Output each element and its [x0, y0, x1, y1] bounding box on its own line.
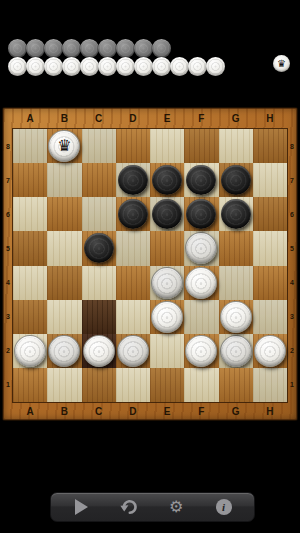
- white-man-g3[interactable]: [220, 301, 252, 333]
- file-label: H: [253, 108, 287, 129]
- square-h4[interactable]: [253, 266, 287, 300]
- black-tray-piece: [8, 39, 27, 58]
- black-man-d7[interactable]: [118, 165, 148, 195]
- undo-icon: [119, 498, 139, 516]
- square-c1[interactable]: [82, 368, 116, 402]
- black-man-e6[interactable]: [152, 199, 182, 229]
- board-squares: ♛: [13, 129, 287, 402]
- white-king-indicator: ♛: [273, 55, 290, 72]
- white-tray-piece: [98, 57, 117, 76]
- white-tray-piece: [116, 57, 135, 76]
- square-f7[interactable]: [184, 163, 218, 197]
- black-tray-piece: [62, 39, 81, 58]
- square-b8[interactable]: ♛: [47, 129, 81, 163]
- square-g5[interactable]: [219, 231, 253, 265]
- square-g4[interactable]: [219, 266, 253, 300]
- square-c4[interactable]: [82, 266, 116, 300]
- rank-label: 6: [287, 197, 297, 231]
- file-label: C: [82, 402, 116, 420]
- white-tray-piece: [62, 57, 81, 76]
- rank-label: 3: [287, 300, 297, 334]
- rank-labels-left: 87654321: [3, 129, 13, 402]
- black-tray-piece: [152, 39, 171, 58]
- square-a7[interactable]: [13, 163, 47, 197]
- rank-label: 6: [3, 197, 13, 231]
- square-a8[interactable]: [13, 129, 47, 163]
- square-d6[interactable]: [116, 197, 150, 231]
- square-e5[interactable]: [150, 231, 184, 265]
- black-man-c5[interactable]: [84, 233, 114, 263]
- black-tray-piece: [44, 39, 63, 58]
- file-label: A: [13, 402, 47, 420]
- square-h1[interactable]: [253, 368, 287, 402]
- square-a1[interactable]: [13, 368, 47, 402]
- black-man-e7[interactable]: [152, 165, 182, 195]
- black-tray-piece: [80, 39, 99, 58]
- white-tray-piece: [188, 57, 207, 76]
- file-label: D: [116, 402, 150, 420]
- square-g6[interactable]: [219, 197, 253, 231]
- white-tray-piece: [152, 57, 171, 76]
- black-man-f6[interactable]: [186, 199, 216, 229]
- info-button[interactable]: i: [207, 494, 241, 520]
- square-h5[interactable]: [253, 231, 287, 265]
- square-a5[interactable]: [13, 231, 47, 265]
- rank-label: 1: [287, 368, 297, 402]
- square-c6[interactable]: [82, 197, 116, 231]
- square-b6[interactable]: [47, 197, 81, 231]
- file-label: B: [47, 108, 81, 129]
- rank-label: 7: [3, 163, 13, 197]
- file-label: H: [253, 402, 287, 420]
- square-g8[interactable]: [219, 129, 253, 163]
- white-man-f2[interactable]: [185, 335, 217, 367]
- rank-label: 4: [3, 266, 13, 300]
- square-a3[interactable]: [13, 300, 47, 334]
- black-pieces-tray: [8, 39, 170, 58]
- settings-button[interactable]: ⚙: [159, 494, 193, 520]
- rank-label: 7: [287, 163, 297, 197]
- square-h6[interactable]: [253, 197, 287, 231]
- square-b1[interactable]: [47, 368, 81, 402]
- rank-label: 5: [3, 231, 13, 265]
- white-tray-piece: [80, 57, 99, 76]
- square-f3[interactable]: [184, 300, 218, 334]
- rank-label: 3: [3, 300, 13, 334]
- black-man-g7[interactable]: [221, 165, 251, 195]
- square-e7[interactable]: [150, 163, 184, 197]
- square-e8[interactable]: [150, 129, 184, 163]
- square-c7[interactable]: [82, 163, 116, 197]
- white-tray-piece: [8, 57, 27, 76]
- square-h3[interactable]: [253, 300, 287, 334]
- square-g7[interactable]: [219, 163, 253, 197]
- square-a2[interactable]: [13, 334, 47, 368]
- square-f2[interactable]: [184, 334, 218, 368]
- square-e6[interactable]: [150, 197, 184, 231]
- gear-icon: ⚙: [169, 499, 183, 515]
- square-e4[interactable]: [150, 266, 184, 300]
- square-f4[interactable]: [184, 266, 218, 300]
- file-label: G: [219, 108, 253, 129]
- square-d5[interactable]: [116, 231, 150, 265]
- square-d4[interactable]: [116, 266, 150, 300]
- black-man-d6[interactable]: [118, 199, 148, 229]
- bottom-toolbar: ⚙ i: [50, 492, 255, 522]
- black-man-f7[interactable]: [186, 165, 216, 195]
- black-tray-piece: [134, 39, 153, 58]
- file-label: D: [116, 108, 150, 129]
- square-g2[interactable]: [219, 334, 253, 368]
- white-tray-piece: [206, 57, 225, 76]
- rank-labels-right: 87654321: [287, 129, 297, 402]
- rank-label: 2: [3, 334, 13, 368]
- white-man-d2[interactable]: [117, 335, 149, 367]
- file-label: F: [184, 402, 218, 420]
- square-f6[interactable]: [184, 197, 218, 231]
- square-d2[interactable]: [116, 334, 150, 368]
- white-man-a2[interactable]: [14, 335, 46, 367]
- black-tray-piece: [26, 39, 45, 58]
- square-f5[interactable]: [184, 231, 218, 265]
- square-h8[interactable]: [253, 129, 287, 163]
- play-button[interactable]: [64, 494, 98, 520]
- square-c8[interactable]: [82, 129, 116, 163]
- file-label: G: [219, 402, 253, 420]
- file-label: B: [47, 402, 81, 420]
- play-icon: [75, 499, 88, 515]
- white-man-e3[interactable]: [151, 301, 183, 333]
- file-label: E: [150, 108, 184, 129]
- rank-label: 8: [287, 129, 297, 163]
- white-man-e4[interactable]: [151, 267, 183, 299]
- file-labels-bottom: ABCDEFGH: [13, 402, 287, 420]
- square-h2[interactable]: [253, 334, 287, 368]
- white-tray-piece: [170, 57, 189, 76]
- file-labels-top: ABCDEFGH: [13, 108, 287, 129]
- black-tray-piece: [98, 39, 117, 58]
- crown-icon: ♛: [57, 138, 71, 154]
- square-b7[interactable]: [47, 163, 81, 197]
- square-a4[interactable]: [13, 266, 47, 300]
- square-d1[interactable]: [116, 368, 150, 402]
- rank-label: 1: [3, 368, 13, 402]
- white-tray-piece: [44, 57, 63, 76]
- white-man-b2[interactable]: [48, 335, 80, 367]
- file-label: A: [13, 108, 47, 129]
- square-b2[interactable]: [47, 334, 81, 368]
- square-c3[interactable]: [82, 300, 116, 334]
- square-b3[interactable]: [47, 300, 81, 334]
- white-man-g2[interactable]: [220, 335, 252, 367]
- black-tray-piece: [116, 39, 135, 58]
- white-tray-piece: [134, 57, 153, 76]
- square-f1[interactable]: [184, 368, 218, 402]
- rank-label: 2: [287, 334, 297, 368]
- white-tray-piece: [26, 57, 45, 76]
- white-man-f4[interactable]: [185, 267, 217, 299]
- white-man-c2[interactable]: [83, 335, 115, 367]
- square-d8[interactable]: [116, 129, 150, 163]
- square-c2[interactable]: [82, 334, 116, 368]
- square-b4[interactable]: [47, 266, 81, 300]
- file-label: C: [82, 108, 116, 129]
- square-f8[interactable]: [184, 129, 218, 163]
- rank-label: 8: [3, 129, 13, 163]
- square-c5[interactable]: [82, 231, 116, 265]
- rank-label: 5: [287, 231, 297, 265]
- square-b5[interactable]: [47, 231, 81, 265]
- black-man-g6[interactable]: [221, 199, 251, 229]
- undo-button[interactable]: [112, 494, 146, 520]
- square-d7[interactable]: [116, 163, 150, 197]
- info-icon: i: [216, 499, 232, 515]
- square-g3[interactable]: [219, 300, 253, 334]
- rank-label: 4: [287, 266, 297, 300]
- square-e2[interactable]: [150, 334, 184, 368]
- square-e1[interactable]: [150, 368, 184, 402]
- square-a6[interactable]: [13, 197, 47, 231]
- file-label: E: [150, 402, 184, 420]
- crown-icon: ♛: [277, 59, 286, 69]
- white-man-h2[interactable]: [254, 335, 286, 367]
- square-g1[interactable]: [219, 368, 253, 402]
- square-h7[interactable]: [253, 163, 287, 197]
- square-d3[interactable]: [116, 300, 150, 334]
- square-e3[interactable]: [150, 300, 184, 334]
- white-man-f5[interactable]: [185, 232, 217, 264]
- white-king-b8[interactable]: ♛: [48, 130, 80, 162]
- white-pieces-tray: [8, 57, 224, 76]
- app-screen: { "game": "checkers (Turkish draughts / …: [0, 0, 300, 533]
- checkers-board: ABCDEFGH ABCDEFGH 87654321 87654321 ♛: [3, 108, 297, 420]
- file-label: F: [184, 108, 218, 129]
